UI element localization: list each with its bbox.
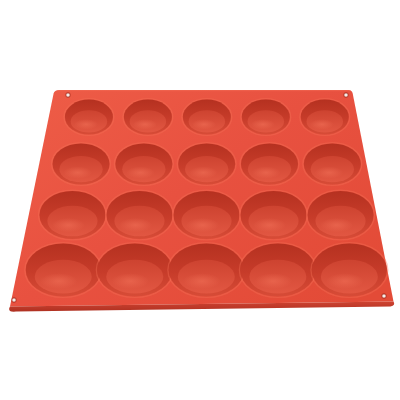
cavity-floor-sheen xyxy=(183,273,221,289)
cavity-floor-sheen xyxy=(189,166,218,178)
cavity-floor-sheen xyxy=(192,119,216,130)
cavity xyxy=(64,99,114,136)
cavity xyxy=(39,190,107,240)
mold-svg xyxy=(0,0,400,400)
cavity-floor-sheen xyxy=(326,273,364,289)
cavity-floor-sheen xyxy=(126,166,155,178)
cavity-floor-sheen xyxy=(74,119,98,130)
cavity xyxy=(240,190,308,240)
cavity xyxy=(177,143,236,186)
cavity-floor-sheen xyxy=(251,119,275,130)
cavity-floor-sheen xyxy=(119,218,152,232)
corner-hole xyxy=(382,294,386,298)
cavity xyxy=(240,143,299,186)
cavity xyxy=(106,190,174,240)
cavity xyxy=(114,143,173,186)
cavity-floor-sheen xyxy=(186,218,219,232)
corner-hole xyxy=(12,298,16,302)
cavity xyxy=(25,243,102,298)
cavity-floor-sheen xyxy=(133,119,157,130)
corner-hole xyxy=(66,93,70,97)
cavity-floor-sheen xyxy=(320,218,353,232)
cavity-floor-sheen xyxy=(315,166,344,178)
cavity xyxy=(173,190,241,240)
cavity-floor-sheen xyxy=(40,273,78,289)
corner-hole xyxy=(344,93,348,97)
cavity xyxy=(123,99,173,136)
cavity-floor-sheen xyxy=(252,166,281,178)
cavities-layer xyxy=(25,99,388,298)
cavity-floor-sheen xyxy=(255,273,293,289)
cavity xyxy=(241,99,291,136)
cavity-floor-sheen xyxy=(63,166,92,178)
product-photo xyxy=(0,0,400,400)
cavity xyxy=(168,243,245,298)
cavity xyxy=(303,143,362,186)
cavity xyxy=(52,143,111,186)
cavity-floor-sheen xyxy=(310,119,334,130)
cavity xyxy=(300,99,350,136)
cavity-floor-sheen xyxy=(52,218,85,232)
cavity xyxy=(307,190,375,240)
cavity xyxy=(96,243,173,298)
cavity xyxy=(182,99,232,136)
cavity xyxy=(239,243,316,298)
cavity xyxy=(311,243,388,298)
cavity-floor-sheen xyxy=(253,218,286,232)
cavity-floor-sheen xyxy=(112,273,150,289)
